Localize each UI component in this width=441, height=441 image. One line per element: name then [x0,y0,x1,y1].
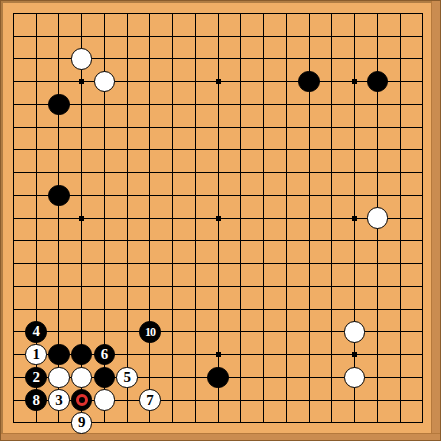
board-point-S11[interactable] [389,184,412,207]
board-point-C4[interactable] [48,343,71,366]
board-point-H18[interactable] [161,25,184,48]
board-point-A9[interactable] [2,230,25,253]
board-point-T2[interactable] [412,389,435,412]
board-point-O15[interactable] [298,93,321,116]
board-point-Q16[interactable] [343,70,366,93]
board-point-K12[interactable] [207,161,230,184]
black-stone[interactable] [48,185,70,207]
board-point-H19[interactable] [161,2,184,25]
board-point-J3[interactable] [184,366,207,389]
board-point-G2[interactable]: 7 [139,389,162,412]
white-stone-move-7[interactable]: 7 [139,389,161,411]
board-point-B12[interactable] [25,161,48,184]
board-point-H16[interactable] [161,70,184,93]
board-point-G14[interactable] [139,116,162,139]
board-point-L8[interactable] [230,252,253,275]
board-point-J18[interactable] [184,25,207,48]
board-point-N17[interactable] [275,48,298,71]
board-point-G5[interactable]: 10 [139,321,162,344]
board-point-H11[interactable] [161,184,184,207]
board-point-E13[interactable] [93,139,116,162]
board-point-R2[interactable] [366,389,389,412]
white-stone[interactable] [71,48,93,70]
board-point-G1[interactable] [139,412,162,435]
board-point-G11[interactable] [139,184,162,207]
board-point-G17[interactable] [139,48,162,71]
board-point-H5[interactable] [161,321,184,344]
board-point-M12[interactable] [252,161,275,184]
board-point-O3[interactable] [298,366,321,389]
board-point-K1[interactable] [207,412,230,435]
board-point-C16[interactable] [48,70,71,93]
board-point-J14[interactable] [184,116,207,139]
board-point-E10[interactable] [93,207,116,230]
white-stone-move-5[interactable]: 5 [116,367,138,389]
board-point-J5[interactable] [184,321,207,344]
board-point-D2[interactable] [70,389,93,412]
board-point-F19[interactable] [116,2,139,25]
board-point-J13[interactable] [184,139,207,162]
board-point-K16[interactable] [207,70,230,93]
board-point-N9[interactable] [275,230,298,253]
board-point-D6[interactable] [70,298,93,321]
board-point-A2[interactable] [2,389,25,412]
board-point-E6[interactable] [93,298,116,321]
board-point-H15[interactable] [161,93,184,116]
board-point-J7[interactable] [184,275,207,298]
white-stone[interactable] [367,207,389,229]
board-point-A14[interactable] [2,116,25,139]
board-point-Q2[interactable] [343,389,366,412]
board-point-M9[interactable] [252,230,275,253]
board-point-G7[interactable] [139,275,162,298]
board-point-A18[interactable] [2,25,25,48]
board-point-D12[interactable] [70,161,93,184]
board-point-S8[interactable] [389,252,412,275]
board-point-L18[interactable] [230,25,253,48]
board-point-B14[interactable] [25,116,48,139]
board-point-M8[interactable] [252,252,275,275]
board-point-B17[interactable] [25,48,48,71]
board-point-P10[interactable] [321,207,344,230]
board-point-N8[interactable] [275,252,298,275]
board-point-P18[interactable] [321,25,344,48]
board-point-Q5[interactable] [343,321,366,344]
black-stone[interactable] [71,344,93,366]
white-stone[interactable] [344,367,366,389]
board-point-G9[interactable] [139,230,162,253]
board-point-M16[interactable] [252,70,275,93]
white-stone[interactable] [94,389,116,411]
board-point-H17[interactable] [161,48,184,71]
board-point-E1[interactable] [93,412,116,435]
board-point-L17[interactable] [230,48,253,71]
board-point-N16[interactable] [275,70,298,93]
board-point-B16[interactable] [25,70,48,93]
board-point-G4[interactable] [139,343,162,366]
board-point-S1[interactable] [389,412,412,435]
board-point-T18[interactable] [412,25,435,48]
board-point-L1[interactable] [230,412,253,435]
board-point-P4[interactable] [321,343,344,366]
board-point-L2[interactable] [230,389,253,412]
board-point-T19[interactable] [412,2,435,25]
board-point-B19[interactable] [25,2,48,25]
board-point-P12[interactable] [321,161,344,184]
board-point-N5[interactable] [275,321,298,344]
board-point-B9[interactable] [25,230,48,253]
board-point-H14[interactable] [161,116,184,139]
board-point-F3[interactable]: 5 [116,366,139,389]
board-point-R18[interactable] [366,25,389,48]
board-point-C15[interactable] [48,93,71,116]
board-point-K4[interactable] [207,343,230,366]
board-point-D3[interactable] [70,366,93,389]
board-point-M17[interactable] [252,48,275,71]
board-point-K14[interactable] [207,116,230,139]
board-point-D16[interactable] [70,70,93,93]
board-point-M1[interactable] [252,412,275,435]
board-point-A17[interactable] [2,48,25,71]
board-point-F5[interactable] [116,321,139,344]
board-point-K17[interactable] [207,48,230,71]
board-point-P5[interactable] [321,321,344,344]
board-point-R14[interactable] [366,116,389,139]
board-point-L9[interactable] [230,230,253,253]
board-point-T16[interactable] [412,70,435,93]
board-point-S9[interactable] [389,230,412,253]
board-point-E14[interactable] [93,116,116,139]
board-point-D5[interactable] [70,321,93,344]
board-point-P16[interactable] [321,70,344,93]
board-point-S6[interactable] [389,298,412,321]
board-point-N4[interactable] [275,343,298,366]
black-stone[interactable] [207,367,229,389]
board-point-A8[interactable] [2,252,25,275]
black-stone[interactable] [48,94,70,116]
board-point-B18[interactable] [25,25,48,48]
board-point-O9[interactable] [298,230,321,253]
board-point-J19[interactable] [184,2,207,25]
board-point-L6[interactable] [230,298,253,321]
board-point-S10[interactable] [389,207,412,230]
board-point-D11[interactable] [70,184,93,207]
board-point-P8[interactable] [321,252,344,275]
board-point-E15[interactable] [93,93,116,116]
board-point-G15[interactable] [139,93,162,116]
board-point-R15[interactable] [366,93,389,116]
board-point-H12[interactable] [161,161,184,184]
board-point-B6[interactable] [25,298,48,321]
board-point-F15[interactable] [116,93,139,116]
board-point-F1[interactable] [116,412,139,435]
black-stone-move-10[interactable]: 10 [139,321,161,343]
board-point-G6[interactable] [139,298,162,321]
board-point-S12[interactable] [389,161,412,184]
board-point-A11[interactable] [2,184,25,207]
board-point-C6[interactable] [48,298,71,321]
board-point-E4[interactable]: 6 [93,343,116,366]
board-point-C1[interactable] [48,412,71,435]
board-point-C12[interactable] [48,161,71,184]
board-point-B7[interactable] [25,275,48,298]
board-point-C13[interactable] [48,139,71,162]
board-point-B1[interactable] [25,412,48,435]
board-point-L4[interactable] [230,343,253,366]
board-point-H7[interactable] [161,275,184,298]
board-point-S4[interactable] [389,343,412,366]
board-point-O19[interactable] [298,2,321,25]
board-point-C8[interactable] [48,252,71,275]
board-point-O11[interactable] [298,184,321,207]
board-point-J9[interactable] [184,230,207,253]
board-point-L11[interactable] [230,184,253,207]
board-point-L16[interactable] [230,70,253,93]
board-point-G19[interactable] [139,2,162,25]
board-point-B10[interactable] [25,207,48,230]
board-point-N15[interactable] [275,93,298,116]
board-point-A10[interactable] [2,207,25,230]
board-point-C9[interactable] [48,230,71,253]
board-point-R7[interactable] [366,275,389,298]
board-point-F18[interactable] [116,25,139,48]
white-stone[interactable] [48,367,70,389]
board-point-Q18[interactable] [343,25,366,48]
board-point-O12[interactable] [298,161,321,184]
board-point-S19[interactable] [389,2,412,25]
board-point-T12[interactable] [412,161,435,184]
board-point-K19[interactable] [207,2,230,25]
board-point-F14[interactable] [116,116,139,139]
white-stone-move-1[interactable]: 1 [25,344,47,366]
board-point-E7[interactable] [93,275,116,298]
board-point-N7[interactable] [275,275,298,298]
board-point-N13[interactable] [275,139,298,162]
board-point-C5[interactable] [48,321,71,344]
board-point-N10[interactable] [275,207,298,230]
board-point-G13[interactable] [139,139,162,162]
board-point-O17[interactable] [298,48,321,71]
board-point-S14[interactable] [389,116,412,139]
board-point-S7[interactable] [389,275,412,298]
board-point-C17[interactable] [48,48,71,71]
board-point-H10[interactable] [161,207,184,230]
marked-black-stone[interactable] [71,389,93,411]
board-point-E11[interactable] [93,184,116,207]
white-stone[interactable] [94,71,116,93]
board-point-H1[interactable] [161,412,184,435]
board-point-A4[interactable] [2,343,25,366]
black-stone-move-4[interactable]: 4 [25,321,47,343]
board-point-Q8[interactable] [343,252,366,275]
board-point-C19[interactable] [48,2,71,25]
board-point-G3[interactable] [139,366,162,389]
board-point-Q7[interactable] [343,275,366,298]
board-point-T3[interactable] [412,366,435,389]
board-point-D8[interactable] [70,252,93,275]
board-point-P2[interactable] [321,389,344,412]
board-point-O2[interactable] [298,389,321,412]
black-stone-move-6[interactable]: 6 [94,344,116,366]
board-point-F8[interactable] [116,252,139,275]
board-point-A12[interactable] [2,161,25,184]
board-point-K8[interactable] [207,252,230,275]
board-point-D1[interactable]: 9 [70,412,93,435]
board-point-M18[interactable] [252,25,275,48]
board-point-M7[interactable] [252,275,275,298]
board-point-N3[interactable] [275,366,298,389]
board-point-E3[interactable] [93,366,116,389]
board-point-J6[interactable] [184,298,207,321]
board-point-D17[interactable] [70,48,93,71]
board-point-B4[interactable]: 1 [25,343,48,366]
board-point-S16[interactable] [389,70,412,93]
board-point-N6[interactable] [275,298,298,321]
board-point-A6[interactable] [2,298,25,321]
board-point-Q3[interactable] [343,366,366,389]
board-point-E16[interactable] [93,70,116,93]
board-point-F2[interactable] [116,389,139,412]
board-point-B5[interactable]: 4 [25,321,48,344]
board-point-T5[interactable] [412,321,435,344]
board-point-D10[interactable] [70,207,93,230]
board-point-R19[interactable] [366,2,389,25]
board-point-S15[interactable] [389,93,412,116]
board-point-B8[interactable] [25,252,48,275]
board-point-S5[interactable] [389,321,412,344]
board-point-F13[interactable] [116,139,139,162]
board-point-K15[interactable] [207,93,230,116]
board-point-K10[interactable] [207,207,230,230]
board-point-M11[interactable] [252,184,275,207]
board-point-Q11[interactable] [343,184,366,207]
board-point-F12[interactable] [116,161,139,184]
board-point-N2[interactable] [275,389,298,412]
board-point-T17[interactable] [412,48,435,71]
board-point-T10[interactable] [412,207,435,230]
board-point-N1[interactable] [275,412,298,435]
board-point-T13[interactable] [412,139,435,162]
board-point-E19[interactable] [93,2,116,25]
board-point-H9[interactable] [161,230,184,253]
board-point-Q15[interactable] [343,93,366,116]
board-point-H2[interactable] [161,389,184,412]
board-point-T11[interactable] [412,184,435,207]
board-point-N11[interactable] [275,184,298,207]
board-point-T8[interactable] [412,252,435,275]
board-point-Q17[interactable] [343,48,366,71]
board-point-F10[interactable] [116,207,139,230]
board-point-D15[interactable] [70,93,93,116]
board-point-D18[interactable] [70,25,93,48]
board-point-P13[interactable] [321,139,344,162]
board-point-E5[interactable] [93,321,116,344]
board-point-B2[interactable]: 8 [25,389,48,412]
board-point-A16[interactable] [2,70,25,93]
board-point-P19[interactable] [321,2,344,25]
board-point-O4[interactable] [298,343,321,366]
board-point-L19[interactable] [230,2,253,25]
board-point-D14[interactable] [70,116,93,139]
white-stone-move-3[interactable]: 3 [48,389,70,411]
board-point-T15[interactable] [412,93,435,116]
white-stone-move-9[interactable]: 9 [71,412,93,434]
board-point-P17[interactable] [321,48,344,71]
board-point-J17[interactable] [184,48,207,71]
board-point-E8[interactable] [93,252,116,275]
board-point-F9[interactable] [116,230,139,253]
board-point-O7[interactable] [298,275,321,298]
board-point-M2[interactable] [252,389,275,412]
board-point-R6[interactable] [366,298,389,321]
board-point-B15[interactable] [25,93,48,116]
board-point-R11[interactable] [366,184,389,207]
board-point-G12[interactable] [139,161,162,184]
black-stone[interactable] [298,71,320,93]
board-point-K6[interactable] [207,298,230,321]
board-point-O14[interactable] [298,116,321,139]
board-point-A19[interactable] [2,2,25,25]
board-point-P14[interactable] [321,116,344,139]
board-point-K5[interactable] [207,321,230,344]
board-point-L5[interactable] [230,321,253,344]
board-point-O6[interactable] [298,298,321,321]
board-point-J12[interactable] [184,161,207,184]
board-point-R4[interactable] [366,343,389,366]
board-point-O5[interactable] [298,321,321,344]
board-point-A1[interactable] [2,412,25,435]
board-point-Q1[interactable] [343,412,366,435]
board-point-R16[interactable] [366,70,389,93]
board-point-Q13[interactable] [343,139,366,162]
board-point-R5[interactable] [366,321,389,344]
board-point-M13[interactable] [252,139,275,162]
board-point-P15[interactable] [321,93,344,116]
black-stone[interactable] [48,344,70,366]
black-stone[interactable] [94,367,116,389]
board-point-H8[interactable] [161,252,184,275]
board-point-H3[interactable] [161,366,184,389]
board-point-K9[interactable] [207,230,230,253]
board-point-M19[interactable] [252,2,275,25]
board-point-D7[interactable] [70,275,93,298]
board-point-E18[interactable] [93,25,116,48]
board-point-H6[interactable] [161,298,184,321]
board-point-T14[interactable] [412,116,435,139]
board-point-R10[interactable] [366,207,389,230]
board-point-R12[interactable] [366,161,389,184]
board-point-J16[interactable] [184,70,207,93]
board-point-M14[interactable] [252,116,275,139]
board-point-R13[interactable] [366,139,389,162]
board-point-R3[interactable] [366,366,389,389]
board-point-P3[interactable] [321,366,344,389]
board-point-J1[interactable] [184,412,207,435]
board-point-S13[interactable] [389,139,412,162]
board-point-L12[interactable] [230,161,253,184]
board-point-G8[interactable] [139,252,162,275]
board-point-E9[interactable] [93,230,116,253]
board-point-Q10[interactable] [343,207,366,230]
board-point-J8[interactable] [184,252,207,275]
board-point-O1[interactable] [298,412,321,435]
board-point-K2[interactable] [207,389,230,412]
board-point-S2[interactable] [389,389,412,412]
black-stone-move-8[interactable]: 8 [25,389,47,411]
black-stone[interactable] [367,71,389,93]
board-point-T6[interactable] [412,298,435,321]
board-point-C11[interactable] [48,184,71,207]
